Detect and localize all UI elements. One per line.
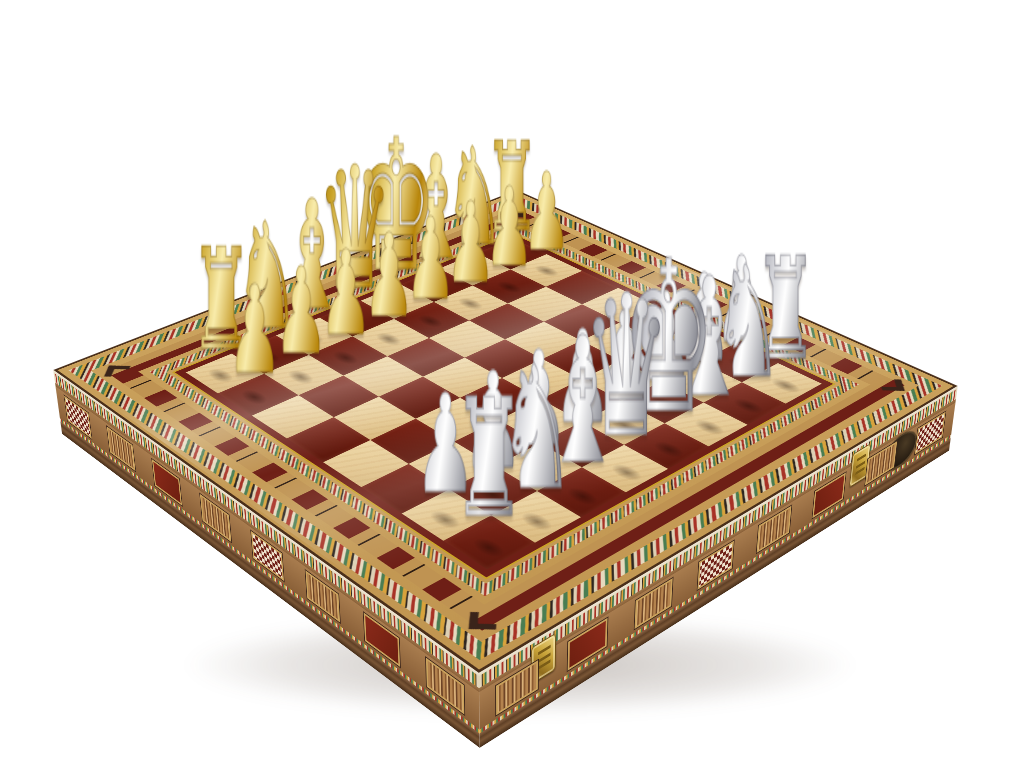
corner-motif (469, 612, 497, 630)
side-panel-stripes (496, 660, 538, 715)
perspective-scene: ♜♞♟♝♟♚♟♛♟♝♟♞♟♟♜♟♟♜♟♟♞♟♝♟♚♟♛♟♝♟♞♜ (0, 0, 1024, 768)
side-panel-maroon (568, 618, 608, 671)
side-panel-checker (64, 396, 92, 439)
side-panel-stripes (635, 578, 673, 629)
side-panel-checker (915, 412, 946, 455)
side-panel-maroon (364, 613, 400, 667)
corner-motif (505, 209, 524, 217)
side-panel-stripes (305, 570, 340, 622)
chess-box: ♜♞♟♝♟♚♟♛♟♝♟♞♟♟♜♟♟♜♟♟♞♟♝♟♚♟♛♟♝♟♞♜ (53, 190, 957, 673)
side-panel-checker (697, 541, 733, 590)
side-panel-checker (251, 531, 284, 581)
side-panel-maroon (812, 473, 845, 519)
board-top (53, 190, 957, 673)
side-panel-stripes (107, 426, 136, 471)
side-panel-maroon (152, 459, 182, 505)
corner-motif (879, 379, 905, 391)
side-panel-stripes (426, 658, 464, 715)
side-panel-stripes (757, 506, 792, 553)
side-panel-stripes (200, 494, 231, 542)
product-photo-stage: ♜♞♟♝♟♚♟♛♟♝♟♞♟♟♜♟♟♜♟♟♞♟♝♟♚♟♛♟♝♟♞♜ (0, 0, 1024, 768)
